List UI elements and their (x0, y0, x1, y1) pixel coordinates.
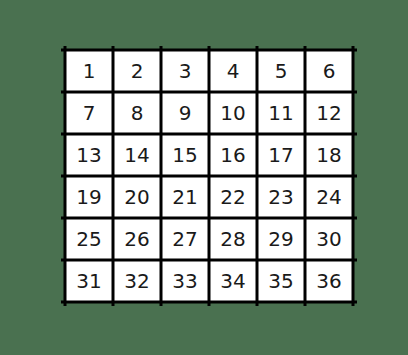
grid-cell: 4 (209, 50, 257, 92)
grid-cell: 27 (161, 218, 209, 260)
grid-cell: 18 (305, 134, 353, 176)
grid-cell: 21 (161, 176, 209, 218)
grid-cell: 15 (161, 134, 209, 176)
grid-cell: 13 (65, 134, 113, 176)
grid-cell: 23 (257, 176, 305, 218)
grid-cell: 31 (65, 260, 113, 302)
grid-cell: 26 (113, 218, 161, 260)
grid-cell: 8 (113, 92, 161, 134)
grid-cell: 34 (209, 260, 257, 302)
grid-cell: 14 (113, 134, 161, 176)
grid-cell: 36 (305, 260, 353, 302)
grid-cell: 28 (209, 218, 257, 260)
grid-cell: 3 (161, 50, 209, 92)
number-grid-board: 1234567891011121314151617181920212223242… (65, 50, 353, 302)
grid-cell: 20 (113, 176, 161, 218)
grid-cell: 5 (257, 50, 305, 92)
grid-cell: 2 (113, 50, 161, 92)
grid-cell: 9 (161, 92, 209, 134)
grid-cell: 19 (65, 176, 113, 218)
grid-cell: 35 (257, 260, 305, 302)
grid-cell: 16 (209, 134, 257, 176)
grid-cell: 30 (305, 218, 353, 260)
grid-cell: 6 (305, 50, 353, 92)
grid-cell: 12 (305, 92, 353, 134)
grid-cell: 7 (65, 92, 113, 134)
grid-cell: 11 (257, 92, 305, 134)
grid-cell: 25 (65, 218, 113, 260)
grid-cell: 17 (257, 134, 305, 176)
grid-cell: 1 (65, 50, 113, 92)
grid-cell: 29 (257, 218, 305, 260)
grid-cell: 24 (305, 176, 353, 218)
grid-cell: 32 (113, 260, 161, 302)
grid-cells: 1234567891011121314151617181920212223242… (65, 50, 353, 302)
page-background: 1234567891011121314151617181920212223242… (0, 0, 408, 355)
grid-cell: 22 (209, 176, 257, 218)
grid-cell: 33 (161, 260, 209, 302)
grid-cell: 10 (209, 92, 257, 134)
